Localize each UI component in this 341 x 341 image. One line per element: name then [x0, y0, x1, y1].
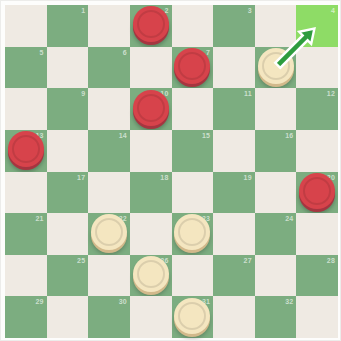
light-square — [47, 296, 89, 338]
square-22[interactable]: 22 — [88, 213, 130, 255]
light-square — [5, 172, 47, 214]
square-number: 4 — [331, 7, 335, 15]
square-number: 32 — [285, 298, 293, 306]
red-piece[interactable] — [133, 6, 169, 42]
light-square — [172, 172, 214, 214]
light-square — [213, 47, 255, 89]
square-14[interactable]: 14 — [88, 130, 130, 172]
checkers-board: 1234567891011121314151617181920212223242… — [5, 5, 338, 338]
square-number: 16 — [285, 132, 293, 140]
square-32[interactable]: 32 — [255, 296, 297, 338]
light-square — [296, 130, 338, 172]
square-number: 30 — [119, 298, 127, 306]
square-number: 3 — [248, 7, 252, 15]
light-square — [296, 47, 338, 89]
square-10[interactable]: 10 — [130, 88, 172, 130]
square-19[interactable]: 19 — [213, 172, 255, 214]
square-number: 25 — [77, 257, 85, 265]
light-square — [88, 255, 130, 297]
square-18[interactable]: 18 — [130, 172, 172, 214]
square-number: 19 — [244, 174, 252, 182]
checkers-app: 1234567891011121314151617181920212223242… — [0, 0, 341, 341]
square-number: 12 — [327, 90, 335, 98]
light-square — [296, 296, 338, 338]
square-30[interactable]: 30 — [88, 296, 130, 338]
light-square — [172, 5, 214, 47]
light-square — [5, 88, 47, 130]
white-piece[interactable] — [174, 298, 210, 334]
square-number: 21 — [35, 215, 43, 223]
light-square — [255, 88, 297, 130]
square-28[interactable]: 28 — [296, 255, 338, 297]
light-square — [172, 255, 214, 297]
red-piece[interactable] — [8, 131, 44, 167]
light-square — [47, 213, 89, 255]
square-24[interactable]: 24 — [255, 213, 297, 255]
square-13[interactable]: 13 — [5, 130, 47, 172]
light-square — [5, 255, 47, 297]
white-piece[interactable] — [91, 214, 127, 250]
square-26[interactable]: 26 — [130, 255, 172, 297]
square-20[interactable]: 20 — [296, 172, 338, 214]
white-piece[interactable] — [258, 48, 294, 84]
square-11[interactable]: 11 — [213, 88, 255, 130]
square-21[interactable]: 21 — [5, 213, 47, 255]
square-number: 15 — [202, 132, 210, 140]
square-number: 9 — [81, 90, 85, 98]
square-31[interactable]: 31 — [172, 296, 214, 338]
square-2[interactable]: 2 — [130, 5, 172, 47]
white-piece[interactable] — [174, 214, 210, 250]
square-6[interactable]: 6 — [88, 47, 130, 89]
square-9[interactable]: 9 — [47, 88, 89, 130]
square-number: 27 — [244, 257, 252, 265]
square-27[interactable]: 27 — [213, 255, 255, 297]
square-16[interactable]: 16 — [255, 130, 297, 172]
light-square — [213, 296, 255, 338]
light-square — [130, 296, 172, 338]
light-square — [172, 88, 214, 130]
light-square — [88, 172, 130, 214]
square-number: 6 — [123, 49, 127, 57]
red-piece[interactable] — [299, 173, 335, 209]
light-square — [47, 47, 89, 89]
square-3[interactable]: 3 — [213, 5, 255, 47]
light-square — [88, 88, 130, 130]
square-number: 14 — [119, 132, 127, 140]
square-number: 1 — [81, 7, 85, 15]
light-square — [130, 47, 172, 89]
light-square — [255, 172, 297, 214]
square-15[interactable]: 15 — [172, 130, 214, 172]
light-square — [88, 5, 130, 47]
light-square — [213, 130, 255, 172]
light-square — [130, 213, 172, 255]
light-square — [130, 130, 172, 172]
square-number: 5 — [40, 49, 44, 57]
red-piece[interactable] — [133, 90, 169, 126]
square-1[interactable]: 1 — [47, 5, 89, 47]
square-number: 28 — [327, 257, 335, 265]
light-square — [255, 5, 297, 47]
white-piece[interactable] — [133, 256, 169, 292]
square-12[interactable]: 12 — [296, 88, 338, 130]
square-23[interactable]: 23 — [172, 213, 214, 255]
square-7[interactable]: 7 — [172, 47, 214, 89]
square-25[interactable]: 25 — [47, 255, 89, 297]
square-number: 17 — [77, 174, 85, 182]
light-square — [255, 255, 297, 297]
light-square — [5, 5, 47, 47]
square-number: 18 — [160, 174, 168, 182]
square-4[interactable]: 4 — [296, 5, 338, 47]
square-number: 24 — [285, 215, 293, 223]
light-square — [296, 213, 338, 255]
light-square — [213, 213, 255, 255]
square-29[interactable]: 29 — [5, 296, 47, 338]
square-number: 11 — [244, 90, 252, 98]
square-number: 29 — [35, 298, 43, 306]
red-piece[interactable] — [174, 48, 210, 84]
square-5[interactable]: 5 — [5, 47, 47, 89]
light-square — [47, 130, 89, 172]
square-17[interactable]: 17 — [47, 172, 89, 214]
square-8[interactable]: 8 — [255, 47, 297, 89]
